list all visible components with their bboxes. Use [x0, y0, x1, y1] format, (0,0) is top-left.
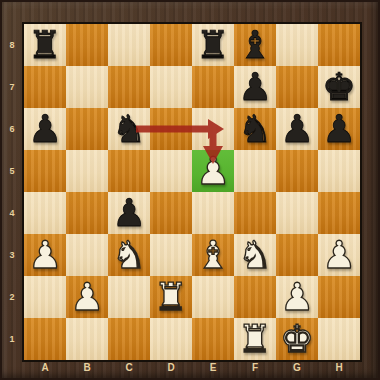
piece-black-pawn-g6[interactable]: ♟ [276, 108, 318, 150]
square-d2[interactable]: ♜ [150, 276, 192, 318]
square-d1[interactable] [150, 318, 192, 360]
piece-black-pawn-h6[interactable]: ♟ [318, 108, 360, 150]
file-label-h: H [318, 359, 360, 373]
square-d6[interactable] [150, 108, 192, 150]
square-h3[interactable]: ♟ [318, 234, 360, 276]
square-h6[interactable]: ♟ [318, 108, 360, 150]
square-f6[interactable]: ♞ [234, 108, 276, 150]
square-d3[interactable] [150, 234, 192, 276]
square-b1[interactable] [66, 318, 108, 360]
piece-white-pawn-h3[interactable]: ♟ [318, 234, 360, 276]
rank-label-8: 8 [2, 24, 22, 66]
piece-white-rook-d2[interactable]: ♜ [150, 276, 192, 318]
file-label-e: E [192, 359, 234, 373]
square-b3[interactable] [66, 234, 108, 276]
square-a8[interactable]: ♜ [24, 24, 66, 66]
square-c2[interactable] [108, 276, 150, 318]
piece-black-pawn-c4[interactable]: ♟ [108, 192, 150, 234]
square-e6[interactable] [192, 108, 234, 150]
square-b8[interactable] [66, 24, 108, 66]
square-f3[interactable]: ♞ [234, 234, 276, 276]
square-c3[interactable]: ♞ [108, 234, 150, 276]
square-a3[interactable]: ♟ [24, 234, 66, 276]
square-b6[interactable] [66, 108, 108, 150]
piece-black-rook-e8[interactable]: ♜ [192, 24, 234, 66]
square-d4[interactable] [150, 192, 192, 234]
rank-label-4: 4 [2, 192, 22, 234]
chess-board: ♜♜♝♟♚♟♞♞♟♟♟♟♟♞♝♞♟♟♜♟♜♚ [24, 24, 360, 360]
square-c1[interactable] [108, 318, 150, 360]
square-g1[interactable]: ♚ [276, 318, 318, 360]
square-g8[interactable] [276, 24, 318, 66]
piece-white-knight-f3[interactable]: ♞ [234, 234, 276, 276]
piece-white-rook-f1[interactable]: ♜ [234, 318, 276, 360]
square-b4[interactable] [66, 192, 108, 234]
square-e2[interactable] [192, 276, 234, 318]
square-a5[interactable] [24, 150, 66, 192]
square-e5[interactable]: ♟ [192, 150, 234, 192]
file-label-b: B [66, 359, 108, 373]
file-label-c: C [108, 359, 150, 373]
piece-white-pawn-e5[interactable]: ♟ [192, 150, 234, 192]
file-label-a: A [24, 359, 66, 373]
square-g7[interactable] [276, 66, 318, 108]
piece-black-king-h7[interactable]: ♚ [318, 66, 360, 108]
piece-white-knight-c3[interactable]: ♞ [108, 234, 150, 276]
piece-black-knight-f6[interactable]: ♞ [234, 108, 276, 150]
square-c5[interactable] [108, 150, 150, 192]
file-label-d: D [150, 359, 192, 373]
piece-white-pawn-g2[interactable]: ♟ [276, 276, 318, 318]
square-g4[interactable] [276, 192, 318, 234]
piece-black-rook-a8[interactable]: ♜ [24, 24, 66, 66]
square-c7[interactable] [108, 66, 150, 108]
rank-label-3: 3 [2, 234, 22, 276]
square-g5[interactable] [276, 150, 318, 192]
square-b2[interactable]: ♟ [66, 276, 108, 318]
square-f1[interactable]: ♜ [234, 318, 276, 360]
square-e8[interactable]: ♜ [192, 24, 234, 66]
piece-white-bishop-e3[interactable]: ♝ [192, 234, 234, 276]
square-a2[interactable] [24, 276, 66, 318]
square-f5[interactable] [234, 150, 276, 192]
piece-white-king-g1[interactable]: ♚ [276, 318, 318, 360]
square-e7[interactable] [192, 66, 234, 108]
square-e3[interactable]: ♝ [192, 234, 234, 276]
file-label-f: F [234, 359, 276, 373]
rank-label-1: 1 [2, 318, 22, 360]
board-frame: ♜♜♝♟♚♟♞♞♟♟♟♟♟♞♝♞♟♟♜♟♜♚ 87654321 ABCDEFGH [0, 0, 380, 380]
square-h1[interactable] [318, 318, 360, 360]
square-a6[interactable]: ♟ [24, 108, 66, 150]
square-a4[interactable] [24, 192, 66, 234]
rank-label-6: 6 [2, 108, 22, 150]
rank-label-2: 2 [2, 276, 22, 318]
square-d8[interactable] [150, 24, 192, 66]
square-h4[interactable] [318, 192, 360, 234]
piece-black-pawn-f7[interactable]: ♟ [234, 66, 276, 108]
square-h5[interactable] [318, 150, 360, 192]
square-g3[interactable] [276, 234, 318, 276]
square-g6[interactable]: ♟ [276, 108, 318, 150]
square-h8[interactable] [318, 24, 360, 66]
square-h7[interactable]: ♚ [318, 66, 360, 108]
square-a7[interactable] [24, 66, 66, 108]
square-f8[interactable]: ♝ [234, 24, 276, 66]
square-g2[interactable]: ♟ [276, 276, 318, 318]
square-e4[interactable] [192, 192, 234, 234]
square-c8[interactable] [108, 24, 150, 66]
square-d7[interactable] [150, 66, 192, 108]
square-f4[interactable] [234, 192, 276, 234]
piece-black-knight-c6[interactable]: ♞ [108, 108, 150, 150]
piece-white-pawn-b2[interactable]: ♟ [66, 276, 108, 318]
square-f7[interactable]: ♟ [234, 66, 276, 108]
square-d5[interactable] [150, 150, 192, 192]
square-a1[interactable] [24, 318, 66, 360]
square-c4[interactable]: ♟ [108, 192, 150, 234]
square-b5[interactable] [66, 150, 108, 192]
rank-label-7: 7 [2, 66, 22, 108]
square-b7[interactable] [66, 66, 108, 108]
square-f2[interactable] [234, 276, 276, 318]
piece-black-bishop-f8[interactable]: ♝ [234, 24, 276, 66]
square-c6[interactable]: ♞ [108, 108, 150, 150]
file-label-g: G [276, 359, 318, 373]
square-h2[interactable] [318, 276, 360, 318]
rank-label-5: 5 [2, 150, 22, 192]
piece-black-pawn-a6[interactable]: ♟ [24, 108, 66, 150]
piece-white-pawn-a3[interactable]: ♟ [24, 234, 66, 276]
square-e1[interactable] [192, 318, 234, 360]
